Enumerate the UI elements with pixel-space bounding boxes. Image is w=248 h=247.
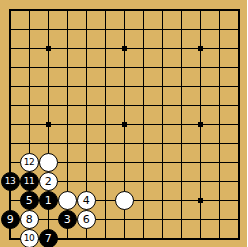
white-stone bbox=[115, 191, 134, 210]
white-stone bbox=[39, 153, 58, 172]
white-stone: 6 bbox=[77, 210, 96, 229]
move-number: 2 bbox=[45, 176, 52, 187]
board-cell bbox=[115, 115, 134, 134]
board-cell bbox=[39, 39, 58, 58]
board-cell bbox=[115, 39, 134, 58]
move-number: 3 bbox=[64, 214, 71, 225]
black-stone: 7 bbox=[39, 229, 58, 247]
board-cell bbox=[191, 191, 210, 210]
star-point bbox=[198, 122, 203, 127]
move-number: 5 bbox=[26, 195, 33, 206]
move-number: 13 bbox=[5, 177, 15, 186]
black-stone: 3 bbox=[58, 210, 77, 229]
move-number: 12 bbox=[24, 158, 34, 167]
go-board-diagram[interactable]: 12131125149836107 bbox=[0, 0, 247, 247]
move-number: 9 bbox=[7, 214, 14, 225]
star-point bbox=[198, 198, 203, 203]
star-point bbox=[122, 46, 127, 51]
move-number: 4 bbox=[83, 195, 90, 206]
black-stone: 11 bbox=[20, 172, 39, 191]
black-stone: 1 bbox=[39, 191, 58, 210]
white-stone: 10 bbox=[20, 229, 39, 247]
board-intersections: 12131125149836107 bbox=[1, 1, 248, 247]
move-number: 8 bbox=[26, 214, 33, 225]
white-stone: 4 bbox=[77, 191, 96, 210]
board-cell bbox=[39, 115, 58, 134]
move-number: 6 bbox=[83, 214, 90, 225]
black-stone: 13 bbox=[1, 172, 20, 191]
black-stone: 9 bbox=[1, 210, 20, 229]
move-number: 7 bbox=[45, 233, 52, 244]
white-stone: 8 bbox=[20, 210, 39, 229]
white-stone: 12 bbox=[20, 153, 39, 172]
star-point bbox=[122, 122, 127, 127]
board-cell bbox=[191, 115, 210, 134]
star-point bbox=[198, 46, 203, 51]
star-point bbox=[46, 46, 51, 51]
black-stone: 5 bbox=[20, 191, 39, 210]
move-number: 11 bbox=[24, 177, 34, 186]
white-stone: 2 bbox=[39, 172, 58, 191]
board-cell bbox=[191, 39, 210, 58]
star-point bbox=[46, 122, 51, 127]
move-number: 10 bbox=[24, 234, 34, 243]
white-stone bbox=[58, 191, 77, 210]
move-number: 1 bbox=[45, 195, 52, 206]
